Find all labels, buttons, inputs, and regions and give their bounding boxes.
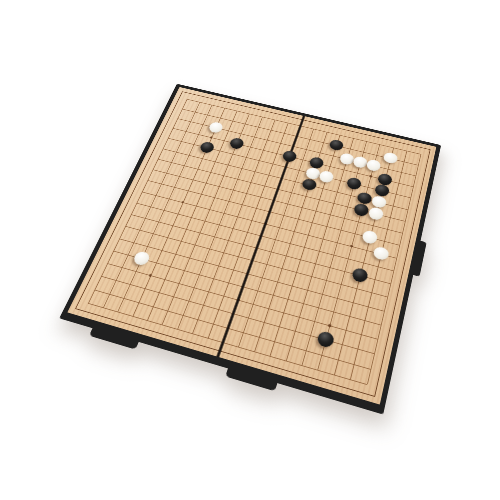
white-stone[interactable]	[318, 170, 335, 184]
white-stone[interactable]	[367, 206, 384, 221]
white-stone[interactable]	[339, 152, 355, 166]
white-stone[interactable]	[373, 245, 391, 261]
go-board	[59, 84, 441, 415]
product-photo-scene	[0, 0, 500, 500]
black-stone[interactable]	[346, 177, 363, 191]
white-stone[interactable]	[366, 158, 382, 172]
black-stone[interactable]	[328, 138, 344, 151]
white-stone[interactable]	[207, 121, 224, 134]
black-stone[interactable]	[353, 202, 370, 217]
white-stone[interactable]	[382, 151, 398, 164]
white-stone[interactable]	[132, 250, 151, 266]
stones-layer	[67, 87, 436, 405]
black-stone[interactable]	[229, 137, 246, 150]
black-stone[interactable]	[198, 141, 215, 154]
white-stone[interactable]	[352, 155, 368, 169]
black-stone[interactable]	[316, 330, 335, 349]
black-stone[interactable]	[351, 267, 369, 284]
black-stone[interactable]	[301, 177, 318, 191]
board-surface[interactable]	[67, 87, 436, 405]
white-stone[interactable]	[361, 229, 378, 245]
black-stone[interactable]	[281, 150, 298, 163]
